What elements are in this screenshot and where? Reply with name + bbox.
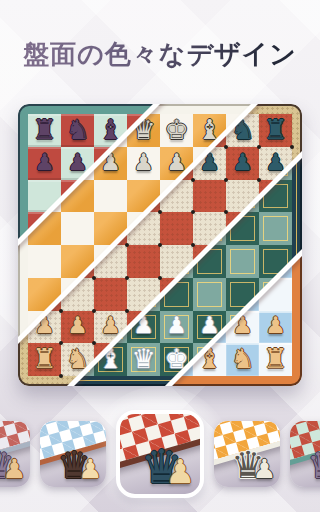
theme-thumbnail-paper-sketch[interactable]: ♛♟ (214, 421, 280, 487)
board-theme-picker: ♛♟♛♟♛♟♛♟♛♟ (0, 400, 320, 508)
black-rook[interactable]: ♜ (263, 116, 287, 143)
white-rook[interactable]: ♜ (32, 345, 56, 372)
page-title: 盤面の色々なデザイン (0, 37, 320, 72)
white-pawn[interactable]: ♟ (166, 314, 187, 337)
white-queen[interactable]: ♛ (131, 345, 155, 372)
theme-thumbnail-red-quilt[interactable]: ♛♟ (116, 410, 204, 498)
black-rook[interactable]: ♜ (32, 116, 56, 143)
chess-board: ♜♞♝♛♚♝♞♜♟♟♟♟♟♟♟♟♟♟♟♟♟♟♟♟♜♞♝♛♚♝♞♜♜♞♝♛♚♝♞♜… (18, 104, 302, 386)
theme-thumbnail-mint-terracotta[interactable]: ♛♟ (290, 421, 320, 487)
white-rook[interactable]: ♜ (263, 345, 287, 372)
thumbnail-pawn-piece: ♟ (2, 456, 26, 482)
black-pawn[interactable]: ♟ (34, 151, 55, 174)
theme-thumbnail-classic-gray[interactable]: ♛♟ (0, 421, 30, 487)
white-knight[interactable]: ♞ (230, 345, 254, 372)
thumbnail-queen-piece: ♛ (307, 447, 320, 484)
black-pawn[interactable]: ♟ (232, 151, 253, 174)
white-pawn[interactable]: ♟ (67, 314, 88, 337)
black-pawn[interactable]: ♟ (133, 151, 154, 174)
white-pawn[interactable]: ♟ (265, 314, 286, 337)
app-screen: 盤面の色々なデザイン ♜♞♝♛♚♝♞♜♟♟♟♟♟♟♟♟♟♟♟♟♟♟♟♟♜♞♝♛♚… (0, 0, 320, 512)
black-pawn[interactable]: ♟ (67, 151, 88, 174)
black-king[interactable]: ♚ (164, 116, 188, 143)
thumbnail-pawn-piece: ♟ (166, 455, 196, 488)
theme-thumbnail-wooden-blue[interactable]: ♛♟ (40, 421, 106, 487)
thumbnail-pawn-piece: ♟ (78, 456, 102, 482)
black-knight[interactable]: ♞ (65, 116, 89, 143)
thumbnail-pawn-piece: ♟ (252, 456, 276, 482)
